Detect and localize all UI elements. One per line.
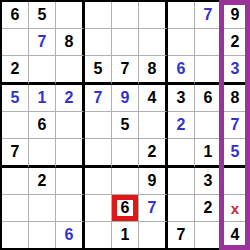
cell-r6c5[interactable]: [112, 139, 139, 168]
cell-r2c7[interactable]: [168, 29, 195, 56]
cell-r1c1[interactable]: 6: [2, 2, 29, 29]
cell-r6c4[interactable]: [85, 139, 112, 168]
cell-r4c8[interactable]: 6: [195, 85, 222, 112]
cell-r2c9[interactable]: 2: [222, 29, 248, 56]
cell-r6c7[interactable]: [168, 139, 195, 168]
cell-r9c1[interactable]: [2, 222, 29, 248]
cell-r3c1[interactable]: 2: [2, 56, 29, 85]
cell-r9c7[interactable]: 7: [168, 222, 195, 248]
cell-r7c5[interactable]: [112, 168, 139, 195]
sudoku-app: 657978225786351279436865277215293672x617…: [0, 0, 250, 250]
cell-r6c2[interactable]: [29, 139, 56, 168]
cell-r1c4[interactable]: [85, 2, 112, 29]
cell-r3c7[interactable]: 6: [168, 56, 195, 85]
cell-r1c9[interactable]: 9: [222, 2, 248, 29]
cell-r5c1[interactable]: [2, 112, 29, 139]
cell-r2c2[interactable]: 7: [29, 29, 56, 56]
cell-r7c9[interactable]: [222, 168, 248, 195]
cell-r6c1[interactable]: 7: [2, 139, 29, 168]
cell-r5c8[interactable]: [195, 112, 222, 139]
cell-r4c3[interactable]: 2: [56, 85, 85, 112]
cell-r4c2[interactable]: 1: [29, 85, 56, 112]
cell-r5c4[interactable]: [85, 112, 112, 139]
cell-r2c5[interactable]: [112, 29, 139, 56]
cell-r7c2[interactable]: 2: [29, 168, 56, 195]
cell-r5c9[interactable]: 7: [222, 112, 248, 139]
cell-r6c6[interactable]: 2: [139, 139, 168, 168]
cell-r2c3[interactable]: 8: [56, 29, 85, 56]
cell-r8c2[interactable]: [29, 195, 56, 222]
cell-r9c9[interactable]: 4: [222, 222, 248, 248]
cell-r9c5[interactable]: 1: [112, 222, 139, 248]
cell-r6c8[interactable]: 1: [195, 139, 222, 168]
cell-r9c6[interactable]: [139, 222, 168, 248]
cell-r5c3[interactable]: [56, 112, 85, 139]
cell-r7c3[interactable]: [56, 168, 85, 195]
cell-r4c4[interactable]: 7: [85, 85, 112, 112]
cell-r7c6[interactable]: 9: [139, 168, 168, 195]
cell-r1c8[interactable]: 7: [195, 2, 222, 29]
cell-r3c8[interactable]: [195, 56, 222, 85]
cell-r8c3[interactable]: [56, 195, 85, 222]
cell-r2c6[interactable]: [139, 29, 168, 56]
cell-r4c7[interactable]: 3: [168, 85, 195, 112]
cell-r7c7[interactable]: [168, 168, 195, 195]
cell-r3c4[interactable]: 5: [85, 56, 112, 85]
cell-r3c3[interactable]: [56, 56, 85, 85]
cell-r1c3[interactable]: [56, 2, 85, 29]
cell-r2c1[interactable]: [2, 29, 29, 56]
cell-r3c9[interactable]: 3: [222, 56, 248, 85]
cell-r4c6[interactable]: 4: [139, 85, 168, 112]
cell-r1c5[interactable]: [112, 2, 139, 29]
cell-r1c7[interactable]: [168, 2, 195, 29]
cell-r9c2[interactable]: [29, 222, 56, 248]
cell-r9c8[interactable]: [195, 222, 222, 248]
cell-r9c4[interactable]: [85, 222, 112, 248]
cell-r1c2[interactable]: 5: [29, 2, 56, 29]
cell-r3c6[interactable]: 8: [139, 56, 168, 85]
cell-r7c4[interactable]: [85, 168, 112, 195]
cell-r4c5[interactable]: 9: [112, 85, 139, 112]
cell-r8c9[interactable]: x: [222, 195, 248, 222]
cell-r4c1[interactable]: 5: [2, 85, 29, 112]
cell-r8c1[interactable]: [2, 195, 29, 222]
cell-r3c2[interactable]: [29, 56, 56, 85]
cell-r9c3[interactable]: 6: [56, 222, 85, 248]
cell-r7c8[interactable]: 3: [195, 168, 222, 195]
cell-r6c9[interactable]: 5: [222, 139, 248, 168]
cell-r8c7[interactable]: [168, 195, 195, 222]
cell-r8c4[interactable]: [85, 195, 112, 222]
cell-r8c5[interactable]: 6: [112, 195, 139, 222]
cell-r8c6[interactable]: 7: [139, 195, 168, 222]
cell-r5c2[interactable]: 6: [29, 112, 56, 139]
cell-r6c3[interactable]: [56, 139, 85, 168]
cell-r2c8[interactable]: [195, 29, 222, 56]
sudoku-board: 657978225786351279436865277215293672x617…: [0, 0, 250, 250]
cell-r3c5[interactable]: 7: [112, 56, 139, 85]
cell-r7c1[interactable]: [2, 168, 29, 195]
cell-r5c7[interactable]: 2: [168, 112, 195, 139]
cell-r1c6[interactable]: [139, 2, 168, 29]
cell-r5c6[interactable]: [139, 112, 168, 139]
cell-r5c5[interactable]: 5: [112, 112, 139, 139]
cell-r4c9[interactable]: 8: [222, 85, 248, 112]
cell-r8c8[interactable]: 2: [195, 195, 222, 222]
cell-r2c4[interactable]: [85, 29, 112, 56]
